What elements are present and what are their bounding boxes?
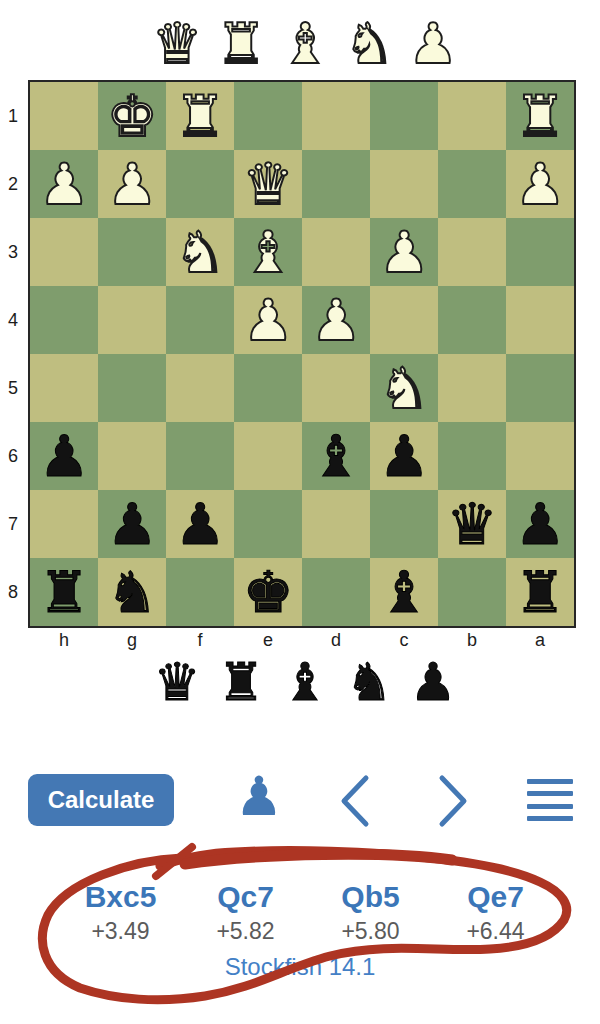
white-rook-piece: ♜ — [514, 82, 565, 150]
white-piece-tray: ♛♜♝♞♟ — [148, 6, 462, 76]
square-a2[interactable]: ♟ — [506, 150, 574, 218]
white-queen-piece: ♛ — [242, 150, 293, 218]
square-h5[interactable] — [30, 354, 98, 422]
black-pawn-piece: ♟ — [174, 490, 225, 558]
square-a4[interactable] — [506, 286, 574, 354]
square-d4[interactable]: ♟ — [302, 286, 370, 354]
white-knight-piece: ♞ — [174, 218, 225, 286]
square-d2[interactable] — [302, 150, 370, 218]
square-g2[interactable]: ♟ — [98, 150, 166, 218]
move-eval: +5.82 — [183, 916, 308, 946]
black-tray-queen-icon[interactable]: ♛ — [148, 652, 206, 712]
white-tray-rook-icon[interactable]: ♜ — [212, 12, 270, 76]
move-san[interactable]: Qe7 — [433, 880, 558, 914]
square-f3[interactable]: ♞ — [166, 218, 234, 286]
square-c8[interactable]: ♝ — [370, 558, 438, 626]
black-pawn-piece: ♟ — [514, 490, 565, 558]
black-tray-bishop-icon[interactable]: ♝ — [276, 652, 334, 712]
rank-label-7: 7 — [0, 490, 26, 558]
black-rook-piece: ♜ — [38, 558, 89, 626]
move-san[interactable]: Qc7 — [183, 880, 308, 914]
square-c4[interactable] — [370, 286, 438, 354]
calculate-button[interactable]: Calculate — [28, 774, 174, 826]
black-piece-tray: ♛♜♝♞♟ — [148, 648, 462, 712]
square-d7[interactable] — [302, 490, 370, 558]
move-san[interactable]: Qb5 — [308, 880, 433, 914]
square-f4[interactable] — [166, 286, 234, 354]
square-c6[interactable]: ♟ — [370, 422, 438, 490]
engine-name-label[interactable]: Stockfish 14.1 — [0, 953, 600, 981]
black-tray-pawn-icon[interactable]: ♟ — [404, 652, 462, 712]
move-san[interactable]: Bxc5 — [58, 880, 183, 914]
square-b3[interactable] — [438, 218, 506, 286]
square-f8[interactable] — [166, 558, 234, 626]
rank-label-2: 2 — [0, 150, 26, 218]
square-e5[interactable] — [234, 354, 302, 422]
engine-move-Qe7[interactable]: Qe7+6.44 — [433, 880, 558, 946]
square-c1[interactable] — [370, 82, 438, 150]
square-h4[interactable] — [30, 286, 98, 354]
square-f2[interactable] — [166, 150, 234, 218]
square-e6[interactable] — [234, 422, 302, 490]
square-d1[interactable] — [302, 82, 370, 150]
square-c5[interactable]: ♞ — [370, 354, 438, 422]
square-f7[interactable]: ♟ — [166, 490, 234, 558]
white-pawn-piece: ♟ — [242, 286, 293, 354]
rank-label-8: 8 — [0, 558, 26, 626]
rank-label-6: 6 — [0, 422, 26, 490]
white-tray-knight-icon[interactable]: ♞ — [340, 12, 398, 76]
black-bishop-piece: ♝ — [310, 422, 361, 490]
turn-indicator-pawn-icon[interactable]: ♟ — [230, 766, 288, 828]
rank-label-5: 5 — [0, 354, 26, 422]
square-h2[interactable]: ♟ — [30, 150, 98, 218]
square-h6[interactable]: ♟ — [30, 422, 98, 490]
chevron-right-icon[interactable] — [434, 774, 472, 828]
white-pawn-piece: ♟ — [514, 150, 565, 218]
black-queen-piece: ♛ — [446, 490, 497, 558]
menu-icon[interactable] — [527, 779, 573, 821]
engine-move-Qb5[interactable]: Qb5+5.80 — [308, 880, 433, 946]
square-e8[interactable]: ♚ — [234, 558, 302, 626]
black-tray-knight-icon[interactable]: ♞ — [340, 652, 398, 712]
move-eval: +6.44 — [433, 916, 558, 946]
black-tray-rook-icon[interactable]: ♜ — [212, 652, 270, 712]
square-d3[interactable] — [302, 218, 370, 286]
black-knight-piece: ♞ — [106, 558, 157, 626]
square-b7[interactable]: ♛ — [438, 490, 506, 558]
black-rook-piece: ♜ — [514, 558, 565, 626]
black-king-piece: ♚ — [242, 558, 293, 626]
file-label-a: a — [506, 630, 574, 651]
rank-label-3: 3 — [0, 218, 26, 286]
square-a7[interactable]: ♟ — [506, 490, 574, 558]
square-h1[interactable] — [30, 82, 98, 150]
rank-label-4: 4 — [0, 286, 26, 354]
square-h7[interactable] — [30, 490, 98, 558]
black-bishop-piece: ♝ — [378, 558, 429, 626]
square-b5[interactable] — [438, 354, 506, 422]
square-g6[interactable] — [98, 422, 166, 490]
square-c3[interactable]: ♟ — [370, 218, 438, 286]
square-e3[interactable]: ♝ — [234, 218, 302, 286]
square-h8[interactable]: ♜ — [30, 558, 98, 626]
square-g4[interactable] — [98, 286, 166, 354]
square-f1[interactable]: ♜ — [166, 82, 234, 150]
square-d8[interactable] — [302, 558, 370, 626]
square-g5[interactable] — [98, 354, 166, 422]
square-b8[interactable] — [438, 558, 506, 626]
square-a6[interactable] — [506, 422, 574, 490]
square-e7[interactable] — [234, 490, 302, 558]
square-b4[interactable] — [438, 286, 506, 354]
black-pawn-piece: ♟ — [38, 422, 89, 490]
white-pawn-piece: ♟ — [378, 218, 429, 286]
square-a3[interactable] — [506, 218, 574, 286]
square-e2[interactable]: ♛ — [234, 150, 302, 218]
move-eval: +3.49 — [58, 916, 183, 946]
square-h3[interactable] — [30, 218, 98, 286]
black-pawn-piece: ♟ — [378, 422, 429, 490]
white-tray-queen-icon[interactable]: ♛ — [148, 12, 206, 76]
rank-labels: 12345678 — [0, 82, 26, 626]
white-rook-piece: ♜ — [174, 82, 225, 150]
square-e1[interactable] — [234, 82, 302, 150]
white-tray-pawn-icon[interactable]: ♟ — [404, 12, 462, 76]
square-c2[interactable] — [370, 150, 438, 218]
square-c7[interactable] — [370, 490, 438, 558]
chess-analysis-app: ♛♜♝♞♟ 12345678 ♚♜♜♟♟♛♟♞♝♟♟♟♞♟♝♟♟♟♛♟♜♞♚♝♜… — [0, 0, 600, 1024]
square-f5[interactable] — [166, 354, 234, 422]
file-label-h: h — [30, 630, 98, 651]
engine-move-Bxc5[interactable]: Bxc5+3.49 — [58, 880, 183, 946]
square-b1[interactable] — [438, 82, 506, 150]
white-bishop-piece: ♝ — [242, 218, 293, 286]
square-g3[interactable] — [98, 218, 166, 286]
white-pawn-piece: ♟ — [38, 150, 89, 218]
square-d6[interactable]: ♝ — [302, 422, 370, 490]
white-tray-bishop-icon[interactable]: ♝ — [276, 12, 334, 76]
white-knight-piece: ♞ — [378, 354, 429, 422]
square-d5[interactable] — [302, 354, 370, 422]
square-a5[interactable] — [506, 354, 574, 422]
engine-move-Qc7[interactable]: Qc7+5.82 — [183, 880, 308, 946]
chess-board: ♚♜♜♟♟♛♟♞♝♟♟♟♞♟♝♟♟♟♛♟♜♞♚♝♜ — [28, 80, 576, 628]
move-eval: +5.80 — [308, 916, 433, 946]
square-g1[interactable]: ♚ — [98, 82, 166, 150]
square-a8[interactable]: ♜ — [506, 558, 574, 626]
black-pawn-piece: ♟ — [106, 490, 157, 558]
square-a1[interactable]: ♜ — [506, 82, 574, 150]
square-b2[interactable] — [438, 150, 506, 218]
square-f6[interactable] — [166, 422, 234, 490]
white-pawn-piece: ♟ — [310, 286, 361, 354]
rank-label-1: 1 — [0, 82, 26, 150]
chevron-left-icon[interactable] — [336, 774, 374, 828]
square-b6[interactable] — [438, 422, 506, 490]
square-g8[interactable]: ♞ — [98, 558, 166, 626]
square-g7[interactable]: ♟ — [98, 490, 166, 558]
square-e4[interactable]: ♟ — [234, 286, 302, 354]
white-king-piece: ♚ — [106, 82, 157, 150]
white-pawn-piece: ♟ — [106, 150, 157, 218]
engine-moves: Bxc5+3.49Qc7+5.82Qb5+5.80Qe7+6.44 — [58, 880, 558, 946]
